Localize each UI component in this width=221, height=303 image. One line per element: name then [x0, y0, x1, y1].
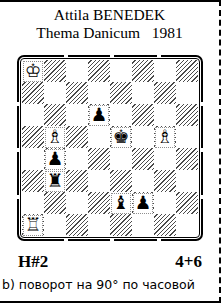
problem-header: Attila BENEDEK Thema Danicum 1981 — [0, 2, 219, 42]
square-g5: ♗ — [154, 126, 176, 148]
square-h5 — [176, 126, 198, 148]
square-h2 — [176, 192, 198, 214]
square-f4 — [132, 148, 154, 170]
border-gap-mark — [201, 102, 203, 106]
square-g7 — [154, 82, 176, 104]
square-a6 — [22, 104, 44, 126]
black-pawn-icon: ♟ — [133, 193, 153, 214]
square-b5: ♗ — [44, 126, 66, 148]
square-b6 — [44, 104, 66, 126]
square-b3: ♜ — [44, 170, 66, 192]
border-gap-mark — [157, 239, 161, 241]
square-h8 — [176, 60, 198, 82]
square-f2: ♟ — [132, 192, 154, 214]
square-e4 — [110, 148, 132, 170]
square-c2 — [66, 192, 88, 214]
square-g3 — [154, 170, 176, 192]
square-c3 — [66, 170, 88, 192]
board-inner-border: ♔♟♗♚♗♟♜♝♟♖ — [20, 58, 200, 238]
square-d5 — [88, 126, 110, 148]
white-bishop-icon: ♗ — [155, 127, 175, 148]
square-f7 — [132, 82, 154, 104]
square-e5: ♚ — [110, 126, 132, 148]
square-d3 — [88, 170, 110, 192]
white-bishop-icon: ♗ — [45, 127, 65, 148]
square-g8 — [154, 60, 176, 82]
black-rook-icon: ♜ — [45, 171, 65, 192]
square-f5 — [132, 126, 154, 148]
border-gap-mark — [157, 55, 161, 57]
white-king-icon: ♔ — [23, 61, 43, 82]
twin-note: b) поворот на 90° по часовой — [2, 277, 219, 292]
square-a1: ♖ — [22, 214, 44, 236]
square-e2: ♝ — [110, 192, 132, 214]
square-c4 — [66, 148, 88, 170]
chess-problem-card: Attila BENEDEK Thema Danicum 1981 ♔♟♗♚♗♟… — [0, 0, 221, 303]
square-g2 — [154, 192, 176, 214]
border-gap-mark — [17, 102, 19, 106]
square-h7 — [176, 82, 198, 104]
border-gap-mark — [64, 239, 68, 241]
square-f1 — [132, 214, 154, 236]
source-and-year: Thema Danicum 1981 — [0, 24, 219, 42]
square-a4 — [22, 148, 44, 170]
board-frame: ♔♟♗♚♗♟♜♝♟♖ — [17, 55, 203, 241]
square-e1 — [110, 214, 132, 236]
square-d8 — [88, 60, 110, 82]
square-g1 — [154, 214, 176, 236]
white-rook-icon: ♖ — [23, 215, 43, 236]
square-c5 — [66, 126, 88, 148]
black-pawn-icon: ♟ — [89, 105, 109, 126]
square-d2 — [88, 192, 110, 214]
square-h1 — [176, 214, 198, 236]
square-a8: ♔ — [22, 60, 44, 82]
square-f3 — [132, 170, 154, 192]
square-c6 — [66, 104, 88, 126]
square-d7 — [88, 82, 110, 104]
square-c7 — [66, 82, 88, 104]
square-a2 — [22, 192, 44, 214]
chess-board: ♔♟♗♚♗♟♜♝♟♖ — [22, 60, 198, 236]
square-c1 — [66, 214, 88, 236]
border-gap-mark — [201, 148, 203, 152]
board-outer-border: ♔♟♗♚♗♟♜♝♟♖ — [17, 55, 203, 241]
square-a5 — [22, 126, 44, 148]
square-d4 — [88, 148, 110, 170]
square-d6: ♟ — [88, 104, 110, 126]
square-g4 — [154, 148, 176, 170]
square-c8 — [66, 60, 88, 82]
border-gap-mark — [64, 55, 68, 57]
square-f6 — [132, 104, 154, 126]
square-a3 — [22, 170, 44, 192]
square-h6 — [176, 104, 198, 126]
author-name: Attila BENEDEK — [0, 6, 219, 24]
square-e6 — [110, 104, 132, 126]
square-b4: ♟ — [44, 148, 66, 170]
square-f8 — [132, 60, 154, 82]
border-gap-mark — [110, 239, 114, 241]
stipulation-row: H#2 4+6 — [18, 252, 202, 272]
square-e7 — [110, 82, 132, 104]
square-b7 — [44, 82, 66, 104]
square-b1 — [44, 214, 66, 236]
square-h3 — [176, 170, 198, 192]
black-pawn-icon: ♟ — [45, 149, 65, 170]
square-b8 — [44, 60, 66, 82]
square-d1 — [88, 214, 110, 236]
black-bishop-icon: ♝ — [111, 193, 131, 214]
border-gap-mark — [17, 195, 19, 199]
square-a7 — [22, 82, 44, 104]
material-count: 4+6 — [175, 252, 202, 272]
square-e3 — [110, 170, 132, 192]
stipulation-label: H#2 — [18, 252, 48, 272]
black-king-icon: ♚ — [111, 127, 131, 148]
square-g6 — [154, 104, 176, 126]
border-gap-mark — [17, 148, 19, 152]
square-e8 — [110, 60, 132, 82]
square-h4 — [176, 148, 198, 170]
border-gap-mark — [110, 55, 114, 57]
border-gap-mark — [201, 195, 203, 199]
square-b2 — [44, 192, 66, 214]
